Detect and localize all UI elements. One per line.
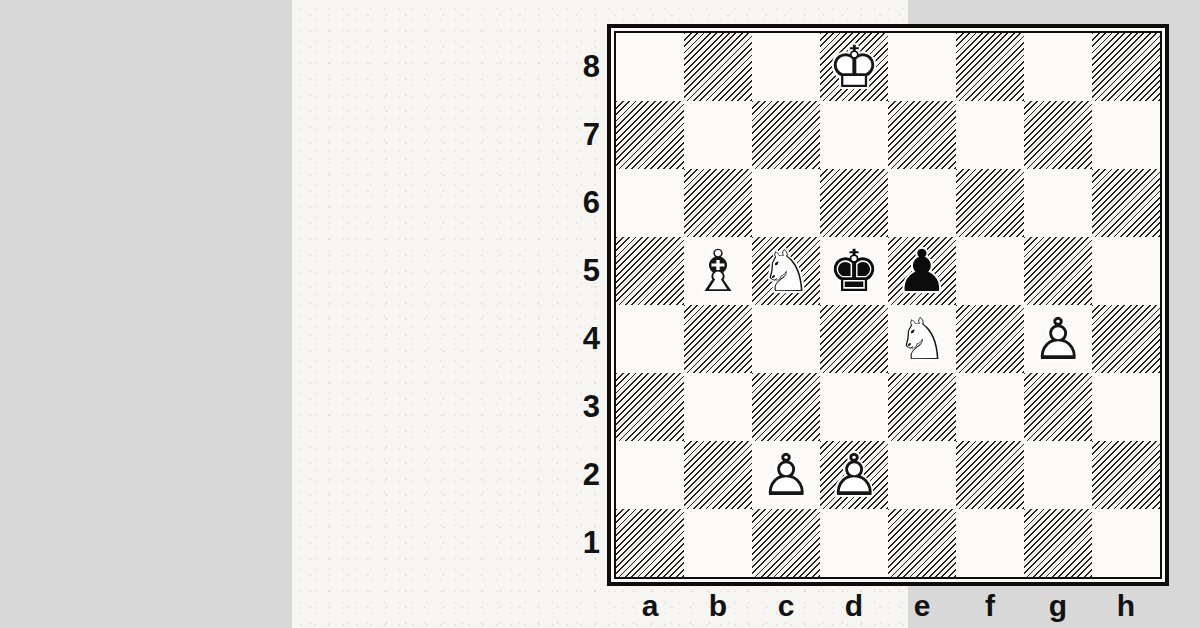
square-h2 <box>1092 441 1160 509</box>
file-label-b: b <box>684 589 752 623</box>
square-c7 <box>752 101 820 169</box>
rank-label-4: 4 <box>574 305 600 373</box>
file-label-d: d <box>820 589 888 623</box>
file-label-c: c <box>752 589 820 623</box>
piece-white-bishop: ♝♗ <box>684 237 752 305</box>
square-d1 <box>820 509 888 577</box>
rank-label-6: 6 <box>574 169 600 237</box>
square-g4: ♟♙ <box>1024 305 1092 373</box>
square-g2 <box>1024 441 1092 509</box>
square-b4 <box>684 305 752 373</box>
rank-label-7: 7 <box>574 101 600 169</box>
rank-label-2: 2 <box>574 441 600 509</box>
square-c8 <box>752 33 820 101</box>
square-e2 <box>888 441 956 509</box>
square-f3 <box>956 373 1024 441</box>
square-h7 <box>1092 101 1160 169</box>
square-c5: ♞♘ <box>752 237 820 305</box>
square-e5: ♟ <box>888 237 956 305</box>
square-a1 <box>616 509 684 577</box>
square-c3 <box>752 373 820 441</box>
square-b8 <box>684 33 752 101</box>
square-a8 <box>616 33 684 101</box>
piece-white-knight: ♞♘ <box>888 305 956 373</box>
square-b2 <box>684 441 752 509</box>
square-e3 <box>888 373 956 441</box>
piece-outline-layer: ♘ <box>752 237 820 305</box>
square-a5 <box>616 237 684 305</box>
square-e1 <box>888 509 956 577</box>
square-c2: ♟♙ <box>752 441 820 509</box>
square-g6 <box>1024 169 1092 237</box>
square-c6 <box>752 169 820 237</box>
rank-label-1: 1 <box>574 509 600 577</box>
square-h3 <box>1092 373 1160 441</box>
file-label-e: e <box>888 589 956 623</box>
square-b1 <box>684 509 752 577</box>
piece-outline-layer: ♙ <box>820 441 888 509</box>
piece-body-layer: ♟ <box>888 237 956 305</box>
square-h8 <box>1092 33 1160 101</box>
rank-label-3: 3 <box>574 373 600 441</box>
square-a6 <box>616 169 684 237</box>
square-b7 <box>684 101 752 169</box>
square-f4 <box>956 305 1024 373</box>
square-h5 <box>1092 237 1160 305</box>
square-h1 <box>1092 509 1160 577</box>
piece-outline-layer: ♙ <box>752 441 820 509</box>
square-f1 <box>956 509 1024 577</box>
square-g5 <box>1024 237 1092 305</box>
rank-label-5: 5 <box>574 237 600 305</box>
piece-white-knight: ♞♘ <box>752 237 820 305</box>
square-d3 <box>820 373 888 441</box>
square-g1 <box>1024 509 1092 577</box>
chess-diagram: 87654321 ♚♔♝♗♞♘♚♟♞♘♟♙♟♙♟♙ abcdefgh <box>607 24 1169 586</box>
square-e4: ♞♘ <box>888 305 956 373</box>
page-background: 87654321 ♚♔♝♗♞♘♚♟♞♘♟♙♟♙♟♙ abcdefgh <box>0 0 1200 628</box>
square-g3 <box>1024 373 1092 441</box>
square-b6 <box>684 169 752 237</box>
square-f2 <box>956 441 1024 509</box>
diagram-panel: 87654321 ♚♔♝♗♞♘♚♟♞♘♟♙♟♙♟♙ abcdefgh <box>292 0 908 628</box>
piece-outline-layer: ♙ <box>1024 305 1092 373</box>
square-d8: ♚♔ <box>820 33 888 101</box>
square-a7 <box>616 101 684 169</box>
square-e6 <box>888 169 956 237</box>
piece-black-pawn: ♟ <box>888 237 956 305</box>
square-f8 <box>956 33 1024 101</box>
square-e8 <box>888 33 956 101</box>
square-f6 <box>956 169 1024 237</box>
square-h6 <box>1092 169 1160 237</box>
file-label-g: g <box>1024 589 1092 623</box>
square-a4 <box>616 305 684 373</box>
file-label-h: h <box>1092 589 1160 623</box>
square-d4 <box>820 305 888 373</box>
square-h4 <box>1092 305 1160 373</box>
square-d7 <box>820 101 888 169</box>
rank-labels: 87654321 <box>574 33 600 577</box>
piece-outline-layer: ♗ <box>684 237 752 305</box>
square-f5 <box>956 237 1024 305</box>
square-c4 <box>752 305 820 373</box>
rank-label-8: 8 <box>574 33 600 101</box>
square-b3 <box>684 373 752 441</box>
square-g7 <box>1024 101 1092 169</box>
square-g8 <box>1024 33 1092 101</box>
square-c1 <box>752 509 820 577</box>
piece-white-pawn: ♟♙ <box>1024 305 1092 373</box>
square-d5: ♚ <box>820 237 888 305</box>
board-frame: ♚♔♝♗♞♘♚♟♞♘♟♙♟♙♟♙ <box>607 24 1169 586</box>
piece-black-king: ♚ <box>820 237 888 305</box>
square-d6 <box>820 169 888 237</box>
chess-board: ♚♔♝♗♞♘♚♟♞♘♟♙♟♙♟♙ <box>614 31 1162 579</box>
piece-white-king: ♚♔ <box>820 33 888 101</box>
square-b5: ♝♗ <box>684 237 752 305</box>
piece-body-layer: ♚ <box>820 237 888 305</box>
piece-outline-layer: ♘ <box>888 305 956 373</box>
square-a2 <box>616 441 684 509</box>
square-f7 <box>956 101 1024 169</box>
file-label-a: a <box>616 589 684 623</box>
piece-outline-layer: ♔ <box>820 33 888 101</box>
piece-white-pawn: ♟♙ <box>820 441 888 509</box>
file-labels: abcdefgh <box>616 589 1160 623</box>
piece-white-pawn: ♟♙ <box>752 441 820 509</box>
file-label-f: f <box>956 589 1024 623</box>
square-a3 <box>616 373 684 441</box>
square-e7 <box>888 101 956 169</box>
square-d2: ♟♙ <box>820 441 888 509</box>
